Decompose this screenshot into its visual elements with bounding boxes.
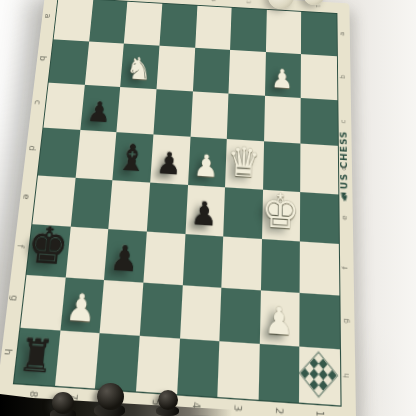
file-label-left-b: b <box>38 53 47 63</box>
file-label-left-g: g <box>9 292 19 305</box>
black-pawn-f6[interactable]: ♟ <box>109 241 139 278</box>
square-b1[interactable] <box>301 54 337 100</box>
square-h6[interactable] <box>95 333 139 391</box>
white-queen-d3[interactable]: ♛ <box>226 142 261 185</box>
square-b7[interactable] <box>84 42 124 88</box>
file-label-left-h: h <box>2 345 12 358</box>
square-e1[interactable] <box>300 192 339 244</box>
square-a8[interactable] <box>54 0 93 42</box>
square-b8[interactable] <box>49 39 89 85</box>
black-rook-h8[interactable]: ♜ <box>16 333 55 380</box>
square-c1[interactable] <box>301 98 338 146</box>
file-label-left-a: a <box>43 11 52 21</box>
square-e7[interactable] <box>70 177 112 228</box>
square-g6[interactable] <box>100 280 143 336</box>
file-label-left-f: f <box>15 240 25 252</box>
square-f4[interactable] <box>182 234 223 288</box>
rank-label-top-4: 4 <box>209 0 217 2</box>
square-f2[interactable] <box>261 239 301 293</box>
square-a2[interactable] <box>266 10 302 54</box>
file-label-left-c: c <box>32 97 41 108</box>
square-h2[interactable] <box>258 344 299 403</box>
white-pawn-g2[interactable]: ♟ <box>264 301 294 341</box>
square-c3[interactable] <box>227 94 265 142</box>
square-h7[interactable] <box>55 330 100 388</box>
file-label-right-g: g <box>343 314 351 328</box>
rank-label-top-3: 3 <box>244 0 251 4</box>
file-label-right-e: e <box>342 211 349 224</box>
square-a1[interactable] <box>301 12 337 56</box>
square-c5[interactable] <box>153 89 192 137</box>
square-h5[interactable] <box>136 336 180 394</box>
square-a3[interactable] <box>230 8 266 52</box>
rank-label-bottom-2: 2 <box>270 407 282 414</box>
square-g8[interactable] <box>20 275 65 331</box>
captured-black-piece-3[interactable] <box>158 390 178 410</box>
square-e3[interactable] <box>223 187 262 239</box>
square-f5[interactable] <box>143 231 185 285</box>
white-pawn-d4[interactable]: ♟ <box>193 150 219 181</box>
white-pawn-b2[interactable]: ♟ <box>271 67 293 94</box>
rank-label-bottom-8: 8 <box>24 390 37 397</box>
white-pawn-g7[interactable]: ♟ <box>65 288 98 327</box>
black-king-f8[interactable]: ♚ <box>25 220 70 273</box>
file-label-right-f: f <box>342 261 349 274</box>
square-a6[interactable] <box>124 2 162 46</box>
file-label-right-a: a <box>339 28 346 39</box>
file-label-right-d: d <box>341 162 348 174</box>
black-pawn-e4[interactable]: ♟ <box>190 197 218 231</box>
black-pawn-d5[interactable]: ♟ <box>156 148 182 179</box>
square-a7[interactable] <box>89 0 128 44</box>
square-a4[interactable] <box>195 6 232 50</box>
white-king-e2[interactable]: ♚ <box>261 187 300 237</box>
square-b5[interactable] <box>156 46 194 92</box>
square-d1[interactable] <box>301 144 339 194</box>
square-d8[interactable] <box>38 128 80 177</box>
captured-black-piece-1[interactable] <box>52 392 74 414</box>
square-c6[interactable] <box>117 87 157 135</box>
square-d7[interactable] <box>75 130 116 179</box>
square-e5[interactable] <box>147 182 188 234</box>
square-b4[interactable] <box>192 48 230 94</box>
captured-black-piece-2[interactable] <box>97 383 124 410</box>
file-label-left-d: d <box>27 143 36 154</box>
rank-label-bottom-1: 1 <box>311 410 323 416</box>
file-label-right-h: h <box>343 368 351 383</box>
square-g1[interactable] <box>300 293 340 350</box>
square-c2[interactable] <box>264 96 301 144</box>
square-f1[interactable] <box>300 241 339 295</box>
square-g3[interactable] <box>219 287 260 343</box>
photo-of-chessboard: ♞US CHESS aabbccddeeffgghh88776655443322… <box>0 0 416 416</box>
brand-text: US CHESS <box>339 130 350 190</box>
square-b3[interactable] <box>229 50 266 96</box>
square-c8[interactable] <box>43 83 84 130</box>
square-f7[interactable] <box>65 226 108 280</box>
square-e6[interactable] <box>109 180 151 231</box>
vinyl-board-mat: ♞US CHESS aabbccddeeffgghh88776655443322… <box>0 0 356 416</box>
square-f3[interactable] <box>221 236 261 290</box>
black-pawn-c7[interactable]: ♟ <box>86 99 112 128</box>
square-h4[interactable] <box>177 338 220 397</box>
knight-logo-icon: ♞ <box>337 189 350 204</box>
square-g4[interactable] <box>180 285 222 341</box>
square-g5[interactable] <box>140 282 183 338</box>
white-knight-b6[interactable]: ♞ <box>125 53 153 85</box>
file-label-right-b: b <box>340 71 347 82</box>
black-bishop-d6[interactable]: ♝ <box>116 139 149 177</box>
file-label-right-c: c <box>340 116 347 128</box>
square-a5[interactable] <box>159 4 197 48</box>
file-label-left-e: e <box>21 191 30 203</box>
square-h3[interactable] <box>217 341 259 400</box>
square-c4[interactable] <box>190 92 229 140</box>
